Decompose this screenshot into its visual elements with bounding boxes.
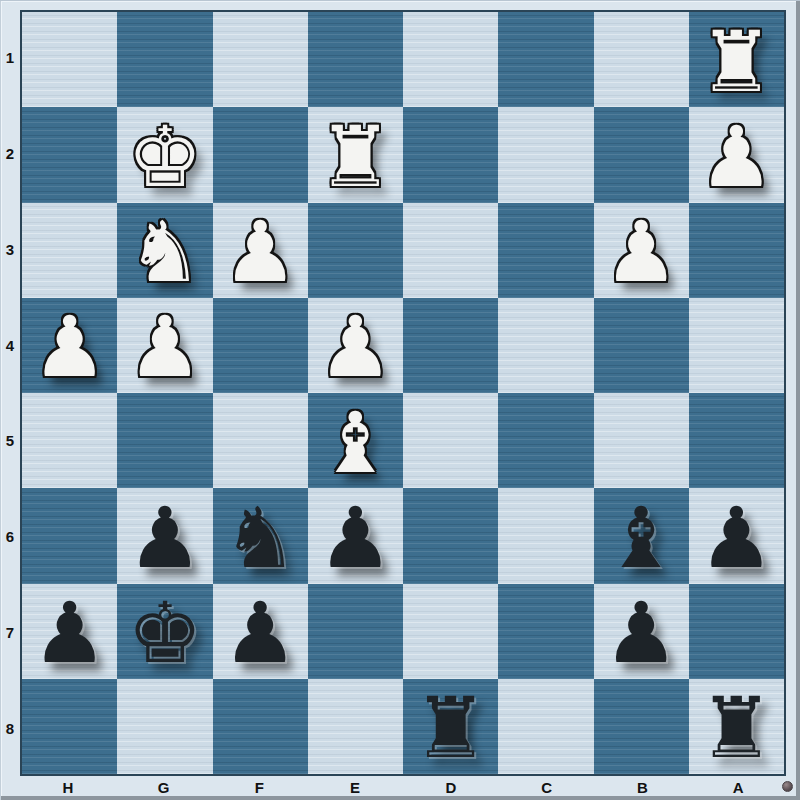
square-a1[interactable]: ♜	[689, 12, 784, 107]
square-c2[interactable]	[498, 107, 593, 202]
square-d2[interactable]	[403, 107, 498, 202]
square-a8[interactable]: ♜	[689, 679, 784, 774]
piece-black-pawn-f7[interactable]: ♟	[222, 591, 297, 675]
square-f1[interactable]	[213, 12, 308, 107]
square-h2[interactable]	[22, 107, 117, 202]
square-e1[interactable]	[308, 12, 403, 107]
piece-black-bishop-b6[interactable]: ♝	[603, 496, 678, 580]
resize-handle-ball	[782, 781, 793, 792]
square-c4[interactable]	[498, 298, 593, 393]
square-a2[interactable]: ♟	[689, 107, 784, 202]
square-b6[interactable]: ♝	[594, 488, 689, 583]
square-f3[interactable]: ♟	[213, 203, 308, 298]
square-h8[interactable]	[22, 679, 117, 774]
square-a6[interactable]: ♟	[689, 488, 784, 583]
square-c5[interactable]	[498, 393, 593, 488]
square-g3[interactable]: ♞	[117, 203, 212, 298]
file-label-d: D	[403, 776, 499, 798]
square-e6[interactable]: ♟	[308, 488, 403, 583]
piece-black-rook-a8[interactable]: ♜	[699, 686, 774, 770]
piece-black-pawn-b7[interactable]: ♟	[603, 591, 678, 675]
square-g6[interactable]: ♟	[117, 488, 212, 583]
square-f7[interactable]: ♟	[213, 584, 308, 679]
piece-white-pawn-f3[interactable]: ♟	[222, 210, 297, 294]
square-b4[interactable]	[594, 298, 689, 393]
rank-label-7: 7	[0, 585, 20, 681]
piece-white-bishop-e5[interactable]: ♝	[318, 401, 393, 485]
piece-black-pawn-e6[interactable]: ♟	[318, 496, 393, 580]
file-label-g: G	[116, 776, 212, 798]
square-d3[interactable]	[403, 203, 498, 298]
piece-white-king-g2[interactable]: ♚	[127, 115, 202, 199]
square-c3[interactable]	[498, 203, 593, 298]
piece-white-rook-e2[interactable]: ♜	[318, 115, 393, 199]
piece-white-pawn-b3[interactable]: ♟	[603, 210, 678, 294]
square-h6[interactable]	[22, 488, 117, 583]
square-e4[interactable]: ♟	[308, 298, 403, 393]
square-b2[interactable]	[594, 107, 689, 202]
square-h7[interactable]: ♟	[22, 584, 117, 679]
square-f2[interactable]	[213, 107, 308, 202]
square-d6[interactable]	[403, 488, 498, 583]
piece-white-pawn-a2[interactable]: ♟	[699, 115, 774, 199]
square-a5[interactable]	[689, 393, 784, 488]
square-e8[interactable]	[308, 679, 403, 774]
rank-label-8: 8	[0, 680, 20, 776]
rank-label-1: 1	[0, 10, 20, 106]
square-h4[interactable]: ♟	[22, 298, 117, 393]
piece-white-rook-a1[interactable]: ♜	[699, 20, 774, 104]
chess-board[interactable]: ♜♚♜♟♞♟♟♟♟♟♝♟♞♟♝♟♟♚♟♟♜♜	[20, 10, 786, 776]
square-b8[interactable]	[594, 679, 689, 774]
rank-label-2: 2	[0, 106, 20, 202]
rank-label-4: 4	[0, 297, 20, 393]
square-d5[interactable]	[403, 393, 498, 488]
square-g5[interactable]	[117, 393, 212, 488]
piece-black-rook-d8[interactable]: ♜	[413, 686, 488, 770]
file-label-b: B	[595, 776, 691, 798]
square-b1[interactable]	[594, 12, 689, 107]
rank-label-3: 3	[0, 202, 20, 298]
square-b3[interactable]: ♟	[594, 203, 689, 298]
piece-black-knight-f6[interactable]: ♞	[222, 496, 297, 580]
square-c8[interactable]	[498, 679, 593, 774]
file-label-h: H	[20, 776, 116, 798]
square-g4[interactable]: ♟	[117, 298, 212, 393]
piece-white-pawn-h4[interactable]: ♟	[32, 305, 107, 389]
square-g8[interactable]	[117, 679, 212, 774]
rank-label-5: 5	[0, 393, 20, 489]
square-f6[interactable]: ♞	[213, 488, 308, 583]
square-b7[interactable]: ♟	[594, 584, 689, 679]
square-d1[interactable]	[403, 12, 498, 107]
square-a4[interactable]	[689, 298, 784, 393]
file-label-a: A	[690, 776, 786, 798]
square-d8[interactable]: ♜	[403, 679, 498, 774]
square-f5[interactable]	[213, 393, 308, 488]
square-b5[interactable]	[594, 393, 689, 488]
board-frame: 12345678 ♜♚♜♟♞♟♟♟♟♟♝♟♞♟♝♟♟♚♟♟♜♜ HGFEDCBA	[0, 0, 800, 800]
square-c1[interactable]	[498, 12, 593, 107]
square-f8[interactable]	[213, 679, 308, 774]
square-e7[interactable]	[308, 584, 403, 679]
piece-black-pawn-h7[interactable]: ♟	[32, 591, 107, 675]
file-labels: HGFEDCBA	[20, 776, 786, 798]
square-f4[interactable]	[213, 298, 308, 393]
square-e3[interactable]	[308, 203, 403, 298]
square-d7[interactable]	[403, 584, 498, 679]
piece-black-pawn-a6[interactable]: ♟	[699, 496, 774, 580]
square-h3[interactable]	[22, 203, 117, 298]
square-h5[interactable]	[22, 393, 117, 488]
square-a7[interactable]	[689, 584, 784, 679]
piece-black-king-g7[interactable]: ♚	[127, 591, 202, 675]
rank-labels: 12345678	[0, 10, 20, 776]
file-label-f: F	[212, 776, 308, 798]
square-c7[interactable]	[498, 584, 593, 679]
square-e2[interactable]: ♜	[308, 107, 403, 202]
piece-white-pawn-g4[interactable]: ♟	[127, 305, 202, 389]
square-e5[interactable]: ♝	[308, 393, 403, 488]
file-label-e: E	[307, 776, 403, 798]
square-c6[interactable]	[498, 488, 593, 583]
square-g7[interactable]: ♚	[117, 584, 212, 679]
square-d4[interactable]	[403, 298, 498, 393]
file-label-c: C	[499, 776, 595, 798]
piece-black-pawn-g6[interactable]: ♟	[127, 496, 202, 580]
square-h1[interactable]	[22, 12, 117, 107]
piece-white-pawn-e4[interactable]: ♟	[318, 305, 393, 389]
piece-white-knight-g3[interactable]: ♞	[127, 210, 202, 294]
square-a3[interactable]	[689, 203, 784, 298]
square-g1[interactable]	[117, 12, 212, 107]
square-g2[interactable]: ♚	[117, 107, 212, 202]
rank-label-6: 6	[0, 489, 20, 585]
